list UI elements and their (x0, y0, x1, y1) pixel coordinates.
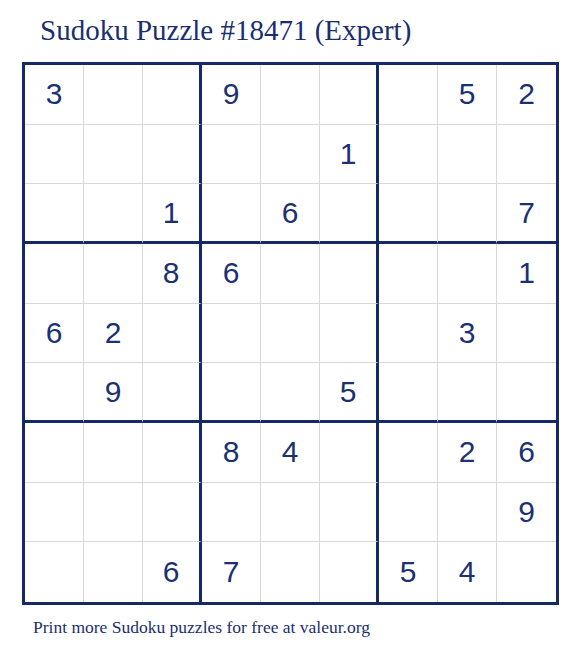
cell-r9c9[interactable] (497, 542, 556, 602)
cell-r6c7[interactable] (379, 363, 438, 423)
cell-r2c9[interactable] (497, 125, 556, 185)
cell-r6c8[interactable] (438, 363, 497, 423)
footer-note: Print more Sudoku puzzles for free at va… (33, 617, 370, 638)
cell-r6c9[interactable] (497, 363, 556, 423)
cell-r8c5[interactable] (261, 483, 320, 543)
cell-r2c6[interactable]: 1 (320, 125, 379, 185)
cell-r6c4[interactable] (202, 363, 261, 423)
cell-r5c7[interactable] (379, 304, 438, 364)
cell-r7c9[interactable]: 6 (497, 423, 556, 483)
cell-r1c7[interactable] (379, 65, 438, 125)
cell-r1c3[interactable] (143, 65, 202, 125)
cell-r7c8[interactable]: 2 (438, 423, 497, 483)
cell-r5c4[interactable] (202, 304, 261, 364)
cell-r3c7[interactable] (379, 184, 438, 244)
cell-r1c2[interactable] (84, 65, 143, 125)
cell-r8c3[interactable] (143, 483, 202, 543)
cell-r8c9[interactable]: 9 (497, 483, 556, 543)
cell-r6c1[interactable] (25, 363, 84, 423)
cell-r4c3[interactable]: 8 (143, 244, 202, 304)
cell-r8c8[interactable] (438, 483, 497, 543)
cell-r9c2[interactable] (84, 542, 143, 602)
cell-r8c4[interactable] (202, 483, 261, 543)
cell-r5c1[interactable]: 6 (25, 304, 84, 364)
cell-r4c7[interactable] (379, 244, 438, 304)
cell-r9c4[interactable]: 7 (202, 542, 261, 602)
cell-r3c6[interactable] (320, 184, 379, 244)
cell-r4c8[interactable] (438, 244, 497, 304)
page-title: Sudoku Puzzle #18471 (Expert) (40, 14, 411, 47)
cell-r2c4[interactable] (202, 125, 261, 185)
cell-r6c6[interactable]: 5 (320, 363, 379, 423)
cell-r1c6[interactable] (320, 65, 379, 125)
cell-r7c6[interactable] (320, 423, 379, 483)
cell-r3c9[interactable]: 7 (497, 184, 556, 244)
cell-r7c5[interactable]: 4 (261, 423, 320, 483)
cell-r1c8[interactable]: 5 (438, 65, 497, 125)
cell-r6c3[interactable] (143, 363, 202, 423)
cell-r7c4[interactable]: 8 (202, 423, 261, 483)
cell-r5c6[interactable] (320, 304, 379, 364)
cell-r2c3[interactable] (143, 125, 202, 185)
cell-r2c2[interactable] (84, 125, 143, 185)
cell-r2c7[interactable] (379, 125, 438, 185)
cell-r7c1[interactable] (25, 423, 84, 483)
sudoku-board: 3952116786162395842696754 (22, 62, 559, 605)
cell-r9c1[interactable] (25, 542, 84, 602)
cell-r2c5[interactable] (261, 125, 320, 185)
cell-r3c4[interactable] (202, 184, 261, 244)
cell-r5c8[interactable]: 3 (438, 304, 497, 364)
cell-r4c2[interactable] (84, 244, 143, 304)
cell-r6c2[interactable]: 9 (84, 363, 143, 423)
cell-r9c6[interactable] (320, 542, 379, 602)
cell-r1c5[interactable] (261, 65, 320, 125)
cell-r8c2[interactable] (84, 483, 143, 543)
cell-r4c6[interactable] (320, 244, 379, 304)
cell-r1c4[interactable]: 9 (202, 65, 261, 125)
cell-r7c7[interactable] (379, 423, 438, 483)
cell-r5c5[interactable] (261, 304, 320, 364)
cell-r5c9[interactable] (497, 304, 556, 364)
cell-r1c1[interactable]: 3 (25, 65, 84, 125)
cell-r6c5[interactable] (261, 363, 320, 423)
cell-r9c8[interactable]: 4 (438, 542, 497, 602)
cell-r4c9[interactable]: 1 (497, 244, 556, 304)
cell-r7c2[interactable] (84, 423, 143, 483)
cell-r4c4[interactable]: 6 (202, 244, 261, 304)
cell-r8c1[interactable] (25, 483, 84, 543)
cell-r4c5[interactable] (261, 244, 320, 304)
cell-r4c1[interactable] (25, 244, 84, 304)
cell-r7c3[interactable] (143, 423, 202, 483)
cell-r1c9[interactable]: 2 (497, 65, 556, 125)
cell-r3c8[interactable] (438, 184, 497, 244)
cell-r5c2[interactable]: 2 (84, 304, 143, 364)
cell-r2c8[interactable] (438, 125, 497, 185)
cell-r3c1[interactable] (25, 184, 84, 244)
cell-r3c2[interactable] (84, 184, 143, 244)
cell-r8c7[interactable] (379, 483, 438, 543)
cell-r9c3[interactable]: 6 (143, 542, 202, 602)
cell-r9c7[interactable]: 5 (379, 542, 438, 602)
cell-r8c6[interactable] (320, 483, 379, 543)
cell-r3c3[interactable]: 1 (143, 184, 202, 244)
cell-r9c5[interactable] (261, 542, 320, 602)
cell-r5c3[interactable] (143, 304, 202, 364)
cell-r2c1[interactable] (25, 125, 84, 185)
cell-r3c5[interactable]: 6 (261, 184, 320, 244)
